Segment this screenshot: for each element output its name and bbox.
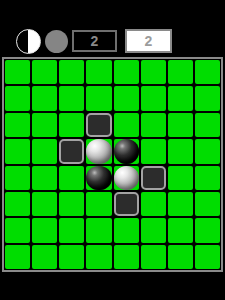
board-cell-h1[interactable] — [195, 60, 220, 84]
board-cell-c4[interactable] — [59, 139, 84, 163]
board-cell-e5[interactable] — [114, 166, 139, 190]
board-cell-a3[interactable] — [5, 113, 30, 137]
board-cell-h4[interactable] — [195, 139, 220, 163]
board-cell-h3[interactable] — [195, 113, 220, 137]
board-cell-a7[interactable] — [5, 218, 30, 242]
legal-move-highlight[interactable] — [86, 113, 111, 137]
board-cell-a4[interactable] — [5, 139, 30, 163]
legal-move-highlight[interactable] — [141, 166, 166, 190]
white-score-value: 2 — [145, 33, 153, 49]
board-cell-g8[interactable] — [168, 245, 193, 269]
board-cell-c3[interactable] — [59, 113, 84, 137]
board-cell-d3[interactable] — [86, 113, 111, 137]
black-score-value: 2 — [91, 33, 99, 49]
board-cell-f8[interactable] — [141, 245, 166, 269]
board-cell-f6[interactable] — [141, 192, 166, 216]
board-cell-b4[interactable] — [32, 139, 57, 163]
board-cell-d4[interactable] — [86, 139, 111, 163]
board-cell-f7[interactable] — [141, 218, 166, 242]
board-cell-a1[interactable] — [5, 60, 30, 84]
board-cell-b2[interactable] — [32, 86, 57, 110]
black-disc — [114, 139, 139, 163]
board-cell-f5[interactable] — [141, 166, 166, 190]
board-cell-d2[interactable] — [86, 86, 111, 110]
board-cell-h5[interactable] — [195, 166, 220, 190]
board-cell-h2[interactable] — [195, 86, 220, 110]
white-disc — [114, 166, 139, 190]
board-cell-b1[interactable] — [32, 60, 57, 84]
board-cell-f1[interactable] — [141, 60, 166, 84]
board-cell-b3[interactable] — [32, 113, 57, 137]
board-cell-g7[interactable] — [168, 218, 193, 242]
board-cell-g6[interactable] — [168, 192, 193, 216]
board — [2, 57, 223, 272]
white-score-box: 2 — [125, 29, 172, 53]
board-cell-g2[interactable] — [168, 86, 193, 110]
board-cell-e4[interactable] — [114, 139, 139, 163]
board-cell-d7[interactable] — [86, 218, 111, 242]
board-cell-d8[interactable] — [86, 245, 111, 269]
board-cell-c1[interactable] — [59, 60, 84, 84]
board-cell-c8[interactable] — [59, 245, 84, 269]
board-cell-h6[interactable] — [195, 192, 220, 216]
board-cell-b7[interactable] — [32, 218, 57, 242]
board-cell-a6[interactable] — [5, 192, 30, 216]
black-disc — [86, 166, 111, 190]
board-cell-d1[interactable] — [86, 60, 111, 84]
scoreboard: 2 2 — [16, 29, 172, 53]
board-cell-f3[interactable] — [141, 113, 166, 137]
legal-move-highlight[interactable] — [114, 192, 139, 216]
gray-circle-icon — [45, 30, 68, 53]
board-cell-h8[interactable] — [195, 245, 220, 269]
board-cell-b6[interactable] — [32, 192, 57, 216]
board-cell-f4[interactable] — [141, 139, 166, 163]
board-cell-e1[interactable] — [114, 60, 139, 84]
board-cell-a8[interactable] — [5, 245, 30, 269]
board-cell-g5[interactable] — [168, 166, 193, 190]
board-cell-a2[interactable] — [5, 86, 30, 110]
board-cell-b5[interactable] — [32, 166, 57, 190]
black-score-box: 2 — [72, 30, 117, 52]
board-cell-e7[interactable] — [114, 218, 139, 242]
board-cell-g1[interactable] — [168, 60, 193, 84]
board-cell-c2[interactable] — [59, 86, 84, 110]
board-cell-d5[interactable] — [86, 166, 111, 190]
board-cell-e3[interactable] — [114, 113, 139, 137]
board-cell-e8[interactable] — [114, 245, 139, 269]
board-cell-d6[interactable] — [86, 192, 111, 216]
white-disc — [86, 139, 111, 163]
board-cell-g4[interactable] — [168, 139, 193, 163]
half-black-white-circle-icon — [16, 29, 41, 54]
board-cell-c5[interactable] — [59, 166, 84, 190]
board-cell-g3[interactable] — [168, 113, 193, 137]
board-cell-c7[interactable] — [59, 218, 84, 242]
board-cell-e6[interactable] — [114, 192, 139, 216]
board-cell-a5[interactable] — [5, 166, 30, 190]
board-cell-h7[interactable] — [195, 218, 220, 242]
board-cell-c6[interactable] — [59, 192, 84, 216]
board-cell-f2[interactable] — [141, 86, 166, 110]
legal-move-highlight[interactable] — [59, 139, 84, 163]
board-cell-b8[interactable] — [32, 245, 57, 269]
board-cell-e2[interactable] — [114, 86, 139, 110]
